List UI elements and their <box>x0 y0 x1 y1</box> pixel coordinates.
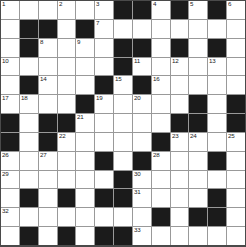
cell-r9c0[interactable]: 29 <box>1 171 19 189</box>
cell-r3c0[interactable]: 10 <box>1 58 19 76</box>
block-cell-r0c11 <box>208 1 226 19</box>
cell-r3c3[interactable] <box>58 58 76 76</box>
cell-r0c10[interactable]: 5 <box>189 1 207 19</box>
block-cell-r8c5 <box>95 152 113 170</box>
clue-number-11: 11 <box>134 58 140 64</box>
cell-r7c11[interactable] <box>208 133 226 151</box>
clue-number-5: 5 <box>190 1 193 7</box>
block-cell-r10c3 <box>58 189 76 207</box>
cell-r9c2[interactable] <box>39 171 57 189</box>
cell-r7c1[interactable] <box>20 133 38 151</box>
cell-r2c2[interactable]: 8 <box>39 39 57 57</box>
block-cell-r5c10 <box>189 95 207 113</box>
clue-number-31: 31 <box>134 189 140 195</box>
cell-r12c12[interactable] <box>227 227 245 245</box>
clue-number-18: 18 <box>21 95 27 101</box>
clue-number-6: 6 <box>228 1 231 7</box>
cell-r5c1[interactable]: 18 <box>20 95 38 113</box>
cell-r0c4[interactable] <box>76 1 94 19</box>
cell-r3c11[interactable]: 13 <box>208 58 226 76</box>
cell-r8c3[interactable] <box>58 152 76 170</box>
block-cell-r2c9 <box>171 39 189 57</box>
clue-number-26: 26 <box>2 152 8 158</box>
cell-r8c2[interactable]: 27 <box>39 152 57 170</box>
cell-r7c5[interactable] <box>95 133 113 151</box>
cell-r3c8[interactable] <box>152 58 170 76</box>
cell-r6c6[interactable] <box>114 114 132 132</box>
block-cell-r5c12 <box>227 95 245 113</box>
cell-r12c11[interactable] <box>208 227 226 245</box>
block-cell-r4c7 <box>133 76 151 94</box>
clue-number-30: 30 <box>134 171 140 177</box>
cell-r3c4[interactable] <box>76 58 94 76</box>
clue-number-27: 27 <box>40 152 46 158</box>
cell-r5c6[interactable] <box>114 95 132 113</box>
clue-number-15: 15 <box>115 76 121 82</box>
cell-r12c2[interactable] <box>39 227 57 245</box>
cell-r8c6[interactable] <box>114 152 132 170</box>
clue-number-14: 14 <box>40 76 46 82</box>
block-cell-r11c11 <box>208 208 226 226</box>
cell-r6c7[interactable] <box>133 114 151 132</box>
cell-r12c4[interactable] <box>76 227 94 245</box>
cell-r2c5[interactable] <box>95 39 113 57</box>
cell-r11c0[interactable]: 32 <box>1 208 19 226</box>
cell-r3c7[interactable]: 11 <box>133 58 151 76</box>
cell-r4c8[interactable]: 16 <box>152 76 170 94</box>
block-cell-r11c8 <box>152 208 170 226</box>
cell-r4c2[interactable]: 14 <box>39 76 57 94</box>
cell-r4c4[interactable] <box>76 76 94 94</box>
cell-r4c12[interactable] <box>227 76 245 94</box>
clue-number-8: 8 <box>40 39 43 45</box>
cell-r9c10[interactable] <box>189 171 207 189</box>
block-cell-r6c2 <box>39 114 57 132</box>
cell-r10c9[interactable] <box>171 189 189 207</box>
cell-r2c12[interactable] <box>227 39 245 57</box>
clue-number-9: 9 <box>77 39 80 45</box>
block-cell-r6c3 <box>58 114 76 132</box>
cell-r11c12[interactable] <box>227 208 245 226</box>
block-cell-r8c7 <box>133 152 151 170</box>
block-cell-r2c1 <box>20 39 38 57</box>
cell-r12c0[interactable] <box>1 227 19 245</box>
cell-r5c3[interactable] <box>58 95 76 113</box>
block-cell-r10c5 <box>95 189 113 207</box>
cell-r6c11[interactable] <box>208 114 226 132</box>
block-cell-r4c5 <box>95 76 113 94</box>
block-cell-r6c10 <box>189 114 207 132</box>
cell-r12c8[interactable] <box>152 227 170 245</box>
block-cell-r2c7 <box>133 39 151 57</box>
cell-r10c2[interactable] <box>39 189 57 207</box>
cell-r4c3[interactable] <box>58 76 76 94</box>
clue-number-33: 33 <box>134 227 140 233</box>
cell-r5c5[interactable]: 19 <box>95 95 113 113</box>
cell-r10c12[interactable] <box>227 189 245 207</box>
block-cell-r0c9 <box>171 1 189 19</box>
cell-r9c3[interactable] <box>58 171 76 189</box>
clue-number-12: 12 <box>172 58 178 64</box>
cell-r11c6[interactable] <box>114 208 132 226</box>
cell-r2c0[interactable] <box>1 39 19 57</box>
clue-number-10: 10 <box>2 58 8 64</box>
cell-r7c12[interactable]: 25 <box>227 133 245 151</box>
block-cell-r1c1 <box>20 20 38 38</box>
block-cell-r1c2 <box>39 20 57 38</box>
block-cell-r7c0 <box>1 133 19 151</box>
cell-r7c9[interactable]: 23 <box>171 133 189 151</box>
cell-r6c5[interactable] <box>95 114 113 132</box>
cell-r4c10[interactable] <box>189 76 207 94</box>
cell-r0c12[interactable]: 6 <box>227 1 245 19</box>
cell-r8c10[interactable] <box>189 152 207 170</box>
crossword-board: 1234567891011121314151617181920212223242… <box>0 0 246 247</box>
cell-r1c5[interactable]: 7 <box>95 20 113 38</box>
clue-number-25: 25 <box>228 133 234 139</box>
cell-r4c6[interactable]: 15 <box>114 76 132 94</box>
cell-r4c9[interactable] <box>171 76 189 94</box>
cell-r7c6[interactable] <box>114 133 132 151</box>
cell-r11c7[interactable] <box>133 208 151 226</box>
cell-r9c7[interactable]: 30 <box>133 171 151 189</box>
cell-r10c7[interactable]: 31 <box>133 189 151 207</box>
block-cell-r7c8 <box>152 133 170 151</box>
cell-r9c1[interactable] <box>20 171 38 189</box>
cell-r2c4[interactable]: 9 <box>76 39 94 57</box>
clue-number-19: 19 <box>96 95 102 101</box>
cell-r7c10[interactable]: 24 <box>189 133 207 151</box>
cell-r5c8[interactable] <box>152 95 170 113</box>
cell-r10c4[interactable] <box>76 189 94 207</box>
cell-r9c4[interactable] <box>76 171 94 189</box>
cell-r1c11[interactable] <box>208 20 226 38</box>
cell-r8c4[interactable] <box>76 152 94 170</box>
block-cell-r12c3 <box>58 227 76 245</box>
block-cell-r6c9 <box>171 114 189 132</box>
cell-r11c2[interactable] <box>39 208 57 226</box>
cell-r5c7[interactable]: 20 <box>133 95 151 113</box>
clue-number-22: 22 <box>59 133 65 139</box>
block-cell-r10c6 <box>114 189 132 207</box>
block-cell-r9c6 <box>114 171 132 189</box>
cell-r2c8[interactable] <box>152 39 170 57</box>
cell-r0c3[interactable]: 2 <box>58 1 76 19</box>
block-cell-r12c1 <box>20 227 38 245</box>
block-cell-r2c11 <box>208 39 226 57</box>
clue-number-3: 3 <box>96 1 99 7</box>
cell-r12c10[interactable] <box>189 227 207 245</box>
cell-r3c5[interactable] <box>95 58 113 76</box>
clue-number-16: 16 <box>153 76 159 82</box>
cell-r9c11[interactable] <box>208 171 226 189</box>
cell-r8c0[interactable]: 26 <box>1 152 19 170</box>
cell-r1c6[interactable] <box>114 20 132 38</box>
cell-r0c2[interactable] <box>39 1 57 19</box>
clue-number-29: 29 <box>2 171 8 177</box>
cell-r8c9[interactable] <box>171 152 189 170</box>
cell-r5c9[interactable] <box>171 95 189 113</box>
block-cell-r6c12 <box>227 114 245 132</box>
block-cell-r10c1 <box>20 189 38 207</box>
cell-r11c9[interactable] <box>171 208 189 226</box>
cell-r8c1[interactable] <box>20 152 38 170</box>
cell-r1c0[interactable] <box>1 20 19 38</box>
cell-r3c12[interactable] <box>227 58 245 76</box>
block-cell-r12c5 <box>95 227 113 245</box>
cell-r0c0[interactable]: 1 <box>1 1 19 19</box>
cell-r4c11[interactable] <box>208 76 226 94</box>
clue-number-32: 32 <box>2 208 8 214</box>
block-cell-r4c1 <box>20 76 38 94</box>
cell-r3c1[interactable] <box>20 58 38 76</box>
cell-r1c10[interactable] <box>189 20 207 38</box>
cell-r2c10[interactable] <box>189 39 207 57</box>
clue-number-1: 1 <box>2 1 5 7</box>
clue-number-2: 2 <box>59 1 62 7</box>
clue-number-24: 24 <box>190 133 196 139</box>
cell-r5c0[interactable]: 17 <box>1 95 19 113</box>
cell-r4c0[interactable] <box>1 76 19 94</box>
cell-r3c9[interactable]: 12 <box>171 58 189 76</box>
cell-r12c9[interactable] <box>171 227 189 245</box>
cell-r3c2[interactable] <box>39 58 57 76</box>
cell-r11c4[interactable] <box>76 208 94 226</box>
cell-r9c5[interactable] <box>95 171 113 189</box>
cell-r8c12[interactable] <box>227 152 245 170</box>
block-cell-r0c6 <box>114 1 132 19</box>
cell-r2c3[interactable] <box>58 39 76 57</box>
clue-number-20: 20 <box>134 95 140 101</box>
block-cell-r7c2 <box>39 133 57 151</box>
block-cell-r0c7 <box>133 1 151 19</box>
clue-number-13: 13 <box>209 58 215 64</box>
block-cell-r5c4 <box>76 95 94 113</box>
cell-r1c9[interactable] <box>171 20 189 38</box>
block-cell-r10c11 <box>208 189 226 207</box>
cell-r5c2[interactable] <box>39 95 57 113</box>
block-cell-r1c4 <box>76 20 94 38</box>
block-cell-r11c10 <box>189 208 207 226</box>
block-cell-r2c6 <box>114 39 132 57</box>
cell-r10c8[interactable] <box>152 189 170 207</box>
cell-r12c7[interactable]: 33 <box>133 227 151 245</box>
cell-r0c1[interactable] <box>20 1 38 19</box>
cell-r11c1[interactable] <box>20 208 38 226</box>
cell-r9c9[interactable] <box>171 171 189 189</box>
cell-r7c4[interactable] <box>76 133 94 151</box>
block-cell-r8c11 <box>208 152 226 170</box>
cell-r6c8[interactable] <box>152 114 170 132</box>
cell-r10c0[interactable] <box>1 189 19 207</box>
cell-r5c11[interactable] <box>208 95 226 113</box>
clue-number-28: 28 <box>153 152 159 158</box>
cell-r1c7[interactable] <box>133 20 151 38</box>
cell-r1c3[interactable] <box>58 20 76 38</box>
cell-r10c10[interactable] <box>189 189 207 207</box>
cell-r6c4[interactable]: 21 <box>76 114 94 132</box>
cell-r8c8[interactable]: 28 <box>152 152 170 170</box>
cell-r0c5[interactable]: 3 <box>95 1 113 19</box>
clue-number-7: 7 <box>96 20 99 26</box>
cell-r9c12[interactable] <box>227 171 245 189</box>
cell-r3c10[interactable] <box>189 58 207 76</box>
cell-r1c8[interactable] <box>152 20 170 38</box>
cell-r7c7[interactable] <box>133 133 151 151</box>
clue-number-21: 21 <box>77 114 83 120</box>
cell-r11c3[interactable] <box>58 208 76 226</box>
clue-number-17: 17 <box>2 95 8 101</box>
block-cell-r6c0 <box>1 114 19 132</box>
cell-r9c8[interactable] <box>152 171 170 189</box>
cell-r1c12[interactable] <box>227 20 245 38</box>
clue-number-23: 23 <box>172 133 178 139</box>
cell-r7c3[interactable]: 22 <box>58 133 76 151</box>
block-cell-r3c6 <box>114 58 132 76</box>
cell-r6c1[interactable] <box>20 114 38 132</box>
clue-number-4: 4 <box>153 1 156 7</box>
cell-r11c5[interactable] <box>95 208 113 226</box>
cell-r0c8[interactable]: 4 <box>152 1 170 19</box>
block-cell-r12c6 <box>114 227 132 245</box>
